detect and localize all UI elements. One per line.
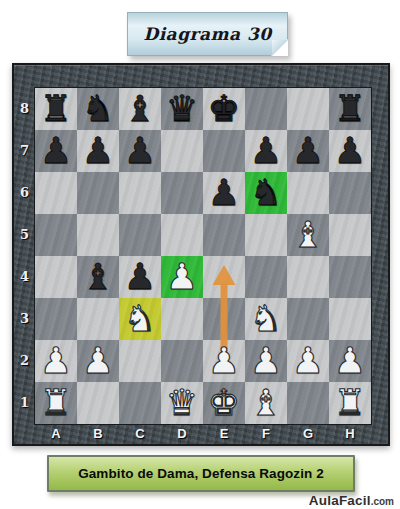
square-d7 <box>161 130 203 172</box>
square-a4 <box>35 256 77 298</box>
title-banner: Diagrama 30 <box>127 12 288 56</box>
square-h6 <box>329 172 371 214</box>
square-a8: ♜ <box>35 88 77 130</box>
square-b1 <box>77 382 119 424</box>
piece-black-king: ♚ <box>208 91 240 127</box>
file-label-c: C <box>119 424 161 444</box>
square-g2: ♟ <box>287 340 329 382</box>
square-a1: ♜ <box>35 382 77 424</box>
piece-black-queen: ♛ <box>166 91 198 127</box>
piece-black-pawn: ♟ <box>124 133 156 169</box>
piece-white-pawn: ♟ <box>40 343 72 379</box>
diagram-title: Diagrama 30 <box>128 13 287 55</box>
file-label-b: B <box>77 424 119 444</box>
square-c6 <box>119 172 161 214</box>
rank-label-7: 7 <box>14 130 35 172</box>
square-h4 <box>329 256 371 298</box>
square-e8: ♚ <box>203 88 245 130</box>
piece-black-knight: ♞ <box>82 91 114 127</box>
board-frame: ♜♞♝♛♚♜♟♟♟♟♟♟♟♞♝♝♟♟♞♞♟♟♟♟♟♟♜♛♚♝♜ 87654321… <box>12 63 390 446</box>
square-e2: ♟ <box>203 340 245 382</box>
rank-label-3: 3 <box>14 298 35 340</box>
square-e3 <box>203 298 245 340</box>
piece-white-rook: ♜ <box>40 385 72 421</box>
square-g5: ♝ <box>287 214 329 256</box>
piece-black-bishop: ♝ <box>82 259 114 295</box>
square-e7 <box>203 130 245 172</box>
square-d5 <box>161 214 203 256</box>
rank-label-2: 2 <box>14 340 35 382</box>
piece-white-knight: ♞ <box>124 301 156 337</box>
square-c4: ♟ <box>119 256 161 298</box>
file-label-e: E <box>203 424 245 444</box>
square-b4: ♝ <box>77 256 119 298</box>
square-b5 <box>77 214 119 256</box>
square-d1: ♛ <box>161 382 203 424</box>
piece-white-bishop: ♝ <box>292 217 324 253</box>
piece-white-rook: ♜ <box>334 385 366 421</box>
file-label-d: D <box>161 424 203 444</box>
piece-white-bishop: ♝ <box>250 385 282 421</box>
square-g6 <box>287 172 329 214</box>
square-b6 <box>77 172 119 214</box>
piece-black-bishop: ♝ <box>124 91 156 127</box>
caption-text: Gambito de Dama, Defensa Ragozin 2 <box>78 466 324 481</box>
file-label-f: F <box>245 424 287 444</box>
square-b3 <box>77 298 119 340</box>
square-c5 <box>119 214 161 256</box>
square-c8: ♝ <box>119 88 161 130</box>
square-a5 <box>35 214 77 256</box>
piece-black-pawn: ♟ <box>40 133 72 169</box>
piece-white-knight: ♞ <box>250 301 282 337</box>
piece-white-pawn: ♟ <box>166 259 198 295</box>
piece-black-knight: ♞ <box>250 175 282 211</box>
square-d3 <box>161 298 203 340</box>
brand-name: AulaFacil <box>309 493 371 508</box>
square-h8: ♜ <box>329 88 371 130</box>
brand-watermark: AulaFacil.com <box>309 491 394 509</box>
square-e5 <box>203 214 245 256</box>
piece-black-rook: ♜ <box>334 91 366 127</box>
square-f4 <box>245 256 287 298</box>
rank-label-5: 5 <box>14 214 35 256</box>
square-a2: ♟ <box>35 340 77 382</box>
piece-white-pawn: ♟ <box>82 343 114 379</box>
square-c7: ♟ <box>119 130 161 172</box>
square-h7: ♟ <box>329 130 371 172</box>
square-g8 <box>287 88 329 130</box>
square-a7: ♟ <box>35 130 77 172</box>
square-f5 <box>245 214 287 256</box>
square-e6: ♟ <box>203 172 245 214</box>
square-a6 <box>35 172 77 214</box>
square-f2: ♟ <box>245 340 287 382</box>
file-label-a: A <box>35 424 77 444</box>
square-g1 <box>287 382 329 424</box>
square-h5 <box>329 214 371 256</box>
rank-label-1: 1 <box>14 382 35 424</box>
square-f1: ♝ <box>245 382 287 424</box>
square-h3 <box>329 298 371 340</box>
brand-suffix: .com <box>371 496 394 507</box>
rank-label-6: 6 <box>14 172 35 214</box>
file-label-h: H <box>329 424 371 444</box>
piece-white-pawn: ♟ <box>334 343 366 379</box>
square-d8: ♛ <box>161 88 203 130</box>
square-e4 <box>203 256 245 298</box>
piece-white-pawn: ♟ <box>250 343 282 379</box>
rank-label-8: 8 <box>14 88 35 130</box>
square-d6 <box>161 172 203 214</box>
file-label-g: G <box>287 424 329 444</box>
square-d2 <box>161 340 203 382</box>
square-c1 <box>119 382 161 424</box>
square-g4 <box>287 256 329 298</box>
square-e1: ♚ <box>203 382 245 424</box>
square-f8 <box>245 88 287 130</box>
piece-white-king: ♚ <box>208 385 240 421</box>
square-g7: ♟ <box>287 130 329 172</box>
square-f7: ♟ <box>245 130 287 172</box>
chess-board: ♜♞♝♛♚♜♟♟♟♟♟♟♟♞♝♝♟♟♞♞♟♟♟♟♟♟♜♛♚♝♜ <box>35 88 371 424</box>
rank-label-4: 4 <box>14 256 35 298</box>
square-c2 <box>119 340 161 382</box>
piece-white-queen: ♛ <box>166 385 198 421</box>
caption-box: Gambito de Dama, Defensa Ragozin 2 <box>47 455 355 492</box>
piece-black-pawn: ♟ <box>292 133 324 169</box>
square-a3 <box>35 298 77 340</box>
piece-black-pawn: ♟ <box>250 133 282 169</box>
square-g3 <box>287 298 329 340</box>
piece-black-pawn: ♟ <box>208 175 240 211</box>
square-h1: ♜ <box>329 382 371 424</box>
square-d4: ♟ <box>161 256 203 298</box>
square-b7: ♟ <box>77 130 119 172</box>
square-b8: ♞ <box>77 88 119 130</box>
square-b2: ♟ <box>77 340 119 382</box>
square-f3: ♞ <box>245 298 287 340</box>
piece-black-pawn: ♟ <box>334 133 366 169</box>
piece-black-rook: ♜ <box>40 91 72 127</box>
piece-black-pawn: ♟ <box>82 133 114 169</box>
square-f6: ♞ <box>245 172 287 214</box>
piece-white-pawn: ♟ <box>208 343 240 379</box>
piece-black-pawn: ♟ <box>124 259 156 295</box>
piece-white-pawn: ♟ <box>292 343 324 379</box>
square-c3: ♞ <box>119 298 161 340</box>
square-h2: ♟ <box>329 340 371 382</box>
